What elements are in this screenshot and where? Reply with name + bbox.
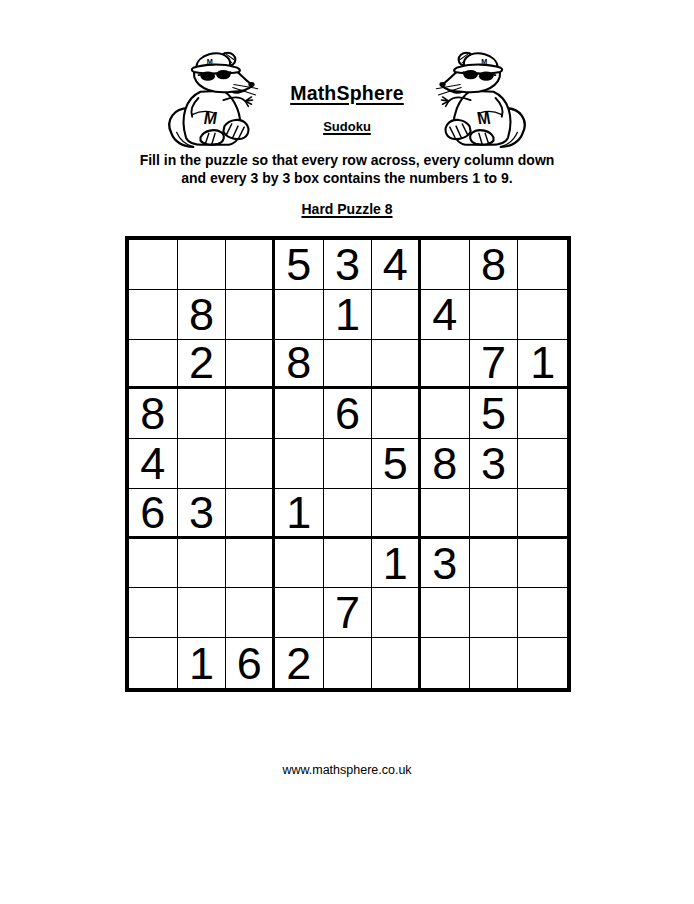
- sudoku-cell[interactable]: 1: [275, 489, 324, 539]
- sudoku-cell[interactable]: [178, 240, 227, 290]
- sudoku-cell[interactable]: [129, 290, 178, 340]
- sudoku-cell[interactable]: [226, 539, 275, 589]
- sudoku-cell[interactable]: [518, 539, 567, 589]
- sudoku-cell[interactable]: [470, 638, 519, 688]
- sudoku-cell[interactable]: [178, 539, 227, 589]
- sudoku-cell[interactable]: 8: [421, 439, 470, 489]
- sudoku-cell[interactable]: [129, 539, 178, 589]
- sudoku-cell[interactable]: 1: [518, 340, 567, 390]
- sudoku-cell[interactable]: 4: [421, 290, 470, 340]
- sudoku-cell[interactable]: [324, 489, 373, 539]
- sudoku-cell[interactable]: [129, 340, 178, 390]
- sudoku-cell[interactable]: [421, 638, 470, 688]
- instructions-line2: and every 3 by 3 box contains the number…: [0, 170, 694, 188]
- sudoku-cell[interactable]: [372, 340, 421, 390]
- sudoku-cell[interactable]: [275, 588, 324, 638]
- sudoku-cell[interactable]: [226, 240, 275, 290]
- sudoku-cell[interactable]: [518, 439, 567, 489]
- instructions-line1: Fill in the puzzle so that every row acr…: [0, 152, 694, 170]
- sudoku-cell[interactable]: [324, 539, 373, 589]
- sudoku-cell[interactable]: [178, 439, 227, 489]
- sudoku-cell[interactable]: 8: [470, 240, 519, 290]
- sudoku-cell[interactable]: [518, 489, 567, 539]
- sudoku-cell[interactable]: 7: [470, 340, 519, 390]
- sudoku-cell[interactable]: [178, 389, 227, 439]
- sudoku-cell[interactable]: [226, 389, 275, 439]
- sudoku-cell[interactable]: [470, 290, 519, 340]
- sudoku-cell[interactable]: 6: [129, 489, 178, 539]
- puzzle-title: Hard Puzzle 8: [0, 201, 694, 217]
- sudoku-cell[interactable]: [470, 588, 519, 638]
- sudoku-cell[interactable]: 3: [421, 539, 470, 589]
- sudoku-cell[interactable]: [226, 588, 275, 638]
- sudoku-cell[interactable]: [372, 489, 421, 539]
- sudoku-cell[interactable]: [372, 638, 421, 688]
- sudoku-cell[interactable]: 8: [275, 340, 324, 390]
- sudoku-cell[interactable]: [372, 389, 421, 439]
- sudoku-cell[interactable]: [421, 588, 470, 638]
- sudoku-cell[interactable]: [421, 389, 470, 439]
- instructions: Fill in the puzzle so that every row acr…: [0, 152, 694, 187]
- sudoku-cell[interactable]: 5: [275, 240, 324, 290]
- sudoku-cell[interactable]: [324, 439, 373, 489]
- sudoku-cell[interactable]: [129, 588, 178, 638]
- worksheet-page: M M M M MathSphere Sudoku Fill in the pu…: [0, 0, 694, 904]
- page-subtitle: Sudoku: [0, 119, 694, 134]
- mascot-cap-letter: M: [207, 57, 213, 66]
- sudoku-cell[interactable]: 6: [324, 389, 373, 439]
- sudoku-cell[interactable]: [470, 489, 519, 539]
- sudoku-cell[interactable]: 1: [178, 638, 227, 688]
- sudoku-cell[interactable]: [518, 638, 567, 688]
- sudoku-cell[interactable]: [226, 340, 275, 390]
- sudoku-cell[interactable]: [372, 290, 421, 340]
- sudoku-cell[interactable]: [421, 240, 470, 290]
- sudoku-cell[interactable]: 6: [226, 638, 275, 688]
- sudoku-cell[interactable]: [518, 290, 567, 340]
- sudoku-cell[interactable]: [178, 588, 227, 638]
- sudoku-cell[interactable]: [518, 240, 567, 290]
- sudoku-cell[interactable]: [275, 439, 324, 489]
- page-title: MathSphere: [0, 82, 694, 105]
- sudoku-cell[interactable]: 8: [178, 290, 227, 340]
- sudoku-cell[interactable]: [275, 290, 324, 340]
- sudoku-cell[interactable]: [421, 489, 470, 539]
- sudoku-cell[interactable]: [324, 638, 373, 688]
- sudoku-cell[interactable]: [275, 539, 324, 589]
- sudoku-board: 534881428718654583631137162: [125, 236, 571, 692]
- sudoku-cell[interactable]: [226, 439, 275, 489]
- sudoku-cell[interactable]: 5: [372, 439, 421, 489]
- sudoku-cell[interactable]: [129, 240, 178, 290]
- sudoku-cell[interactable]: 7: [324, 588, 373, 638]
- sudoku-cell[interactable]: [129, 638, 178, 688]
- sudoku-cell[interactable]: [275, 389, 324, 439]
- sudoku-cell[interactable]: [226, 489, 275, 539]
- sudoku-cell[interactable]: [226, 290, 275, 340]
- sudoku-cell[interactable]: 4: [372, 240, 421, 290]
- sudoku-cell[interactable]: [470, 539, 519, 589]
- sudoku-cell[interactable]: 2: [275, 638, 324, 688]
- sudoku-cell[interactable]: 3: [178, 489, 227, 539]
- sudoku-cell[interactable]: 1: [372, 539, 421, 589]
- sudoku-cell[interactable]: [518, 588, 567, 638]
- sudoku-cell[interactable]: 8: [129, 389, 178, 439]
- website-url: www.mathsphere.co.uk: [0, 763, 694, 777]
- sudoku-cell[interactable]: [324, 340, 373, 390]
- sudoku-cell[interactable]: 5: [470, 389, 519, 439]
- sudoku-cell[interactable]: 4: [129, 439, 178, 489]
- sudoku-cell[interactable]: 3: [324, 240, 373, 290]
- sudoku-cell[interactable]: [421, 340, 470, 390]
- sudoku-cell[interactable]: 1: [324, 290, 373, 340]
- mascot-cap-letter: M: [481, 57, 487, 66]
- sudoku-cell[interactable]: [372, 588, 421, 638]
- sudoku-cell[interactable]: 3: [470, 439, 519, 489]
- sudoku-cell[interactable]: [518, 389, 567, 439]
- sudoku-cell[interactable]: 2: [178, 340, 227, 390]
